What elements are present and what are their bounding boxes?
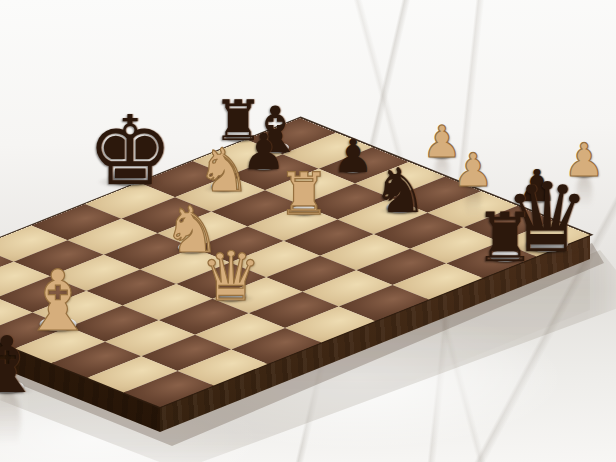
black-knight-glyph: ♞	[372, 160, 428, 222]
chess-scene: ♚♜♝♟♟♞♜♛♞♜♞♛♝♟♟♟♟♝	[0, 0, 616, 462]
black-pawn-g6[interactable]: ♟	[352, 126, 354, 172]
white-queen[interactable]: ♛	[230, 232, 232, 300]
black-king-glyph: ♚	[87, 103, 173, 199]
white-pawn-captured-2-glyph: ♟	[452, 147, 493, 193]
white-knight-lower[interactable]: ♞	[191, 188, 193, 252]
black-rook-back[interactable]: ♜	[237, 84, 239, 140]
black-rook-right-glyph: ♜	[475, 204, 536, 272]
black-knight[interactable]: ♞	[399, 150, 401, 212]
white-pawn-captured-1[interactable]: ♟	[441, 113, 443, 157]
black-bishop-captured[interactable]: ♝	[6, 314, 8, 392]
white-knight-upper-glyph: ♞	[197, 140, 251, 200]
white-pawn-captured-2[interactable]: ♟	[472, 140, 474, 186]
white-rook[interactable]: ♜	[303, 156, 305, 214]
black-bishop-captured-glyph: ♝	[0, 326, 42, 404]
white-knight-upper[interactable]: ♞	[223, 130, 225, 190]
white-bishop[interactable]: ♝	[57, 246, 59, 330]
black-pawn-g6-glyph: ♟	[332, 133, 373, 179]
white-rook-glyph: ♜	[278, 165, 330, 223]
white-queen-glyph: ♛	[201, 243, 262, 311]
black-queen[interactable]: ♛	[546, 155, 548, 251]
black-rook-right[interactable]: ♜	[504, 193, 506, 261]
black-pawn-g7[interactable]: ♟	[263, 119, 265, 169]
black-king[interactable]: ♚	[129, 88, 131, 184]
